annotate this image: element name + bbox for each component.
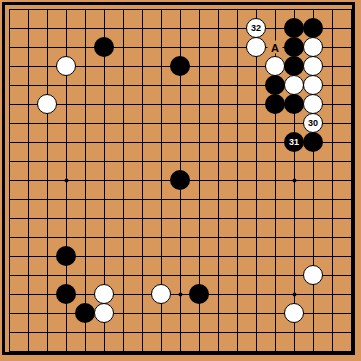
intersection-b5[interactable] — [19, 266, 38, 285]
intersection-j16[interactable] — [152, 57, 171, 76]
intersection-j4[interactable] — [152, 285, 171, 304]
intersection-a7[interactable] — [0, 228, 19, 247]
intersection-f14[interactable] — [95, 95, 114, 114]
intersection-q5[interactable] — [285, 266, 304, 285]
intersection-s14[interactable] — [323, 95, 342, 114]
intersection-q18[interactable] — [285, 19, 304, 38]
intersection-n11[interactable] — [228, 152, 247, 171]
intersection-e12[interactable] — [76, 133, 95, 152]
intersection-a8[interactable] — [0, 209, 19, 228]
intersection-o1[interactable] — [247, 342, 266, 361]
intersection-a11[interactable] — [0, 152, 19, 171]
intersection-d14[interactable] — [57, 95, 76, 114]
intersection-t3[interactable] — [342, 304, 361, 323]
intersection-r19[interactable] — [304, 0, 323, 19]
intersection-s7[interactable] — [323, 228, 342, 247]
intersection-k16[interactable] — [171, 57, 190, 76]
intersection-e3[interactable] — [76, 304, 95, 323]
intersection-h17[interactable] — [133, 38, 152, 57]
intersection-t6[interactable] — [342, 247, 361, 266]
intersection-b4[interactable] — [19, 285, 38, 304]
intersection-e19[interactable] — [76, 0, 95, 19]
intersection-r6[interactable] — [304, 247, 323, 266]
intersection-f9[interactable] — [95, 190, 114, 209]
intersection-m17[interactable] — [209, 38, 228, 57]
intersection-f13[interactable] — [95, 114, 114, 133]
intersection-m19[interactable] — [209, 0, 228, 19]
intersection-s13[interactable] — [323, 114, 342, 133]
intersection-q19[interactable] — [285, 0, 304, 19]
intersection-a9[interactable] — [0, 190, 19, 209]
intersection-b17[interactable] — [19, 38, 38, 57]
intersection-b7[interactable] — [19, 228, 38, 247]
intersection-h12[interactable] — [133, 133, 152, 152]
intersection-f12[interactable] — [95, 133, 114, 152]
intersection-b15[interactable] — [19, 76, 38, 95]
intersection-o19[interactable] — [247, 0, 266, 19]
intersection-m5[interactable] — [209, 266, 228, 285]
intersection-c10[interactable] — [38, 171, 57, 190]
intersection-h10[interactable] — [133, 171, 152, 190]
intersection-k12[interactable] — [171, 133, 190, 152]
intersection-h14[interactable] — [133, 95, 152, 114]
intersection-t13[interactable] — [342, 114, 361, 133]
intersection-b8[interactable] — [19, 209, 38, 228]
intersection-f19[interactable] — [95, 0, 114, 19]
intersection-q16[interactable] — [285, 57, 304, 76]
intersection-c6[interactable] — [38, 247, 57, 266]
intersection-s18[interactable] — [323, 19, 342, 38]
intersection-p7[interactable] — [266, 228, 285, 247]
intersection-d3[interactable] — [57, 304, 76, 323]
intersection-o8[interactable] — [247, 209, 266, 228]
intersection-b14[interactable] — [19, 95, 38, 114]
intersection-e13[interactable] — [76, 114, 95, 133]
intersection-d2[interactable] — [57, 323, 76, 342]
intersection-t4[interactable] — [342, 285, 361, 304]
intersection-m7[interactable] — [209, 228, 228, 247]
intersection-q7[interactable] — [285, 228, 304, 247]
intersection-l7[interactable] — [190, 228, 209, 247]
intersection-s19[interactable] — [323, 0, 342, 19]
intersection-d13[interactable] — [57, 114, 76, 133]
intersection-g16[interactable] — [114, 57, 133, 76]
intersection-l3[interactable] — [190, 304, 209, 323]
intersection-e9[interactable] — [76, 190, 95, 209]
intersection-l6[interactable] — [190, 247, 209, 266]
intersection-a3[interactable] — [0, 304, 19, 323]
intersection-b3[interactable] — [19, 304, 38, 323]
intersection-d8[interactable] — [57, 209, 76, 228]
intersection-h1[interactable] — [133, 342, 152, 361]
intersection-a6[interactable] — [0, 247, 19, 266]
intersection-a4[interactable] — [0, 285, 19, 304]
intersection-k7[interactable] — [171, 228, 190, 247]
intersection-g19[interactable] — [114, 0, 133, 19]
intersection-f17[interactable] — [95, 38, 114, 57]
intersection-o14[interactable] — [247, 95, 266, 114]
intersection-e15[interactable] — [76, 76, 95, 95]
intersection-f11[interactable] — [95, 152, 114, 171]
intersection-t10[interactable] — [342, 171, 361, 190]
intersection-a1[interactable] — [0, 342, 19, 361]
intersection-a19[interactable] — [0, 0, 19, 19]
intersection-q14[interactable] — [285, 95, 304, 114]
intersection-l5[interactable] — [190, 266, 209, 285]
intersection-r7[interactable] — [304, 228, 323, 247]
intersection-h5[interactable] — [133, 266, 152, 285]
intersection-q10[interactable] — [285, 171, 304, 190]
intersection-k18[interactable] — [171, 19, 190, 38]
intersection-p12[interactable] — [266, 133, 285, 152]
intersection-r1[interactable] — [304, 342, 323, 361]
intersection-j13[interactable] — [152, 114, 171, 133]
intersection-f7[interactable] — [95, 228, 114, 247]
intersection-g2[interactable] — [114, 323, 133, 342]
intersection-j9[interactable] — [152, 190, 171, 209]
intersection-m3[interactable] — [209, 304, 228, 323]
intersection-c15[interactable] — [38, 76, 57, 95]
intersection-o10[interactable] — [247, 171, 266, 190]
intersection-h11[interactable] — [133, 152, 152, 171]
intersection-m15[interactable] — [209, 76, 228, 95]
intersection-e14[interactable] — [76, 95, 95, 114]
intersection-c11[interactable] — [38, 152, 57, 171]
intersection-l12[interactable] — [190, 133, 209, 152]
intersection-k10[interactable] — [171, 171, 190, 190]
intersection-o9[interactable] — [247, 190, 266, 209]
intersection-q9[interactable] — [285, 190, 304, 209]
intersection-d11[interactable] — [57, 152, 76, 171]
intersection-p3[interactable] — [266, 304, 285, 323]
intersection-l14[interactable] — [190, 95, 209, 114]
intersection-c2[interactable] — [38, 323, 57, 342]
intersection-c14[interactable] — [38, 95, 57, 114]
intersection-m2[interactable] — [209, 323, 228, 342]
intersection-q1[interactable] — [285, 342, 304, 361]
intersection-d16[interactable] — [57, 57, 76, 76]
intersection-f3[interactable] — [95, 304, 114, 323]
intersection-k3[interactable] — [171, 304, 190, 323]
intersection-p2[interactable] — [266, 323, 285, 342]
intersection-b12[interactable] — [19, 133, 38, 152]
intersection-m12[interactable] — [209, 133, 228, 152]
intersection-a17[interactable] — [0, 38, 19, 57]
intersection-j3[interactable] — [152, 304, 171, 323]
intersection-b11[interactable] — [19, 152, 38, 171]
intersection-f18[interactable] — [95, 19, 114, 38]
intersection-h2[interactable] — [133, 323, 152, 342]
intersection-k19[interactable] — [171, 0, 190, 19]
intersection-n14[interactable] — [228, 95, 247, 114]
intersection-c18[interactable] — [38, 19, 57, 38]
intersection-t7[interactable] — [342, 228, 361, 247]
intersection-t16[interactable] — [342, 57, 361, 76]
intersection-g4[interactable] — [114, 285, 133, 304]
intersection-s12[interactable] — [323, 133, 342, 152]
intersection-b13[interactable] — [19, 114, 38, 133]
intersection-n1[interactable] — [228, 342, 247, 361]
intersection-q17[interactable] — [285, 38, 304, 57]
intersection-j19[interactable] — [152, 0, 171, 19]
intersection-r5[interactable] — [304, 266, 323, 285]
intersection-c9[interactable] — [38, 190, 57, 209]
intersection-r13[interactable]: 30 — [304, 114, 323, 133]
intersection-r11[interactable] — [304, 152, 323, 171]
intersection-o3[interactable] — [247, 304, 266, 323]
intersection-s17[interactable] — [323, 38, 342, 57]
intersection-f15[interactable] — [95, 76, 114, 95]
intersection-j12[interactable] — [152, 133, 171, 152]
intersection-a2[interactable] — [0, 323, 19, 342]
intersection-b2[interactable] — [19, 323, 38, 342]
intersection-l18[interactable] — [190, 19, 209, 38]
intersection-n15[interactable] — [228, 76, 247, 95]
intersection-o12[interactable] — [247, 133, 266, 152]
intersection-s9[interactable] — [323, 190, 342, 209]
intersection-k8[interactable] — [171, 209, 190, 228]
intersection-g14[interactable] — [114, 95, 133, 114]
intersection-t1[interactable] — [342, 342, 361, 361]
intersection-m8[interactable] — [209, 209, 228, 228]
intersection-n3[interactable] — [228, 304, 247, 323]
intersection-p11[interactable] — [266, 152, 285, 171]
intersection-n9[interactable] — [228, 190, 247, 209]
intersection-s3[interactable] — [323, 304, 342, 323]
intersection-d19[interactable] — [57, 0, 76, 19]
intersection-f4[interactable] — [95, 285, 114, 304]
intersection-g3[interactable] — [114, 304, 133, 323]
intersection-l9[interactable] — [190, 190, 209, 209]
intersection-h19[interactable] — [133, 0, 152, 19]
intersection-n8[interactable] — [228, 209, 247, 228]
intersection-h4[interactable] — [133, 285, 152, 304]
intersection-n4[interactable] — [228, 285, 247, 304]
intersection-t19[interactable] — [342, 0, 361, 19]
intersection-q2[interactable] — [285, 323, 304, 342]
intersection-p6[interactable] — [266, 247, 285, 266]
intersection-o13[interactable] — [247, 114, 266, 133]
intersection-g8[interactable] — [114, 209, 133, 228]
intersection-p19[interactable] — [266, 0, 285, 19]
intersection-d15[interactable] — [57, 76, 76, 95]
intersection-a10[interactable] — [0, 171, 19, 190]
intersection-k13[interactable] — [171, 114, 190, 133]
intersection-l16[interactable] — [190, 57, 209, 76]
intersection-k14[interactable] — [171, 95, 190, 114]
intersection-l4[interactable] — [190, 285, 209, 304]
intersection-h16[interactable] — [133, 57, 152, 76]
intersection-n10[interactable] — [228, 171, 247, 190]
intersection-c19[interactable] — [38, 0, 57, 19]
intersection-r2[interactable] — [304, 323, 323, 342]
intersection-s2[interactable] — [323, 323, 342, 342]
intersection-l2[interactable] — [190, 323, 209, 342]
intersection-m1[interactable] — [209, 342, 228, 361]
intersection-k1[interactable] — [171, 342, 190, 361]
intersection-s6[interactable] — [323, 247, 342, 266]
intersection-s5[interactable] — [323, 266, 342, 285]
intersection-e10[interactable] — [76, 171, 95, 190]
intersection-m6[interactable] — [209, 247, 228, 266]
intersection-o18[interactable]: 32 — [247, 19, 266, 38]
intersection-k11[interactable] — [171, 152, 190, 171]
intersection-d6[interactable] — [57, 247, 76, 266]
intersection-o17[interactable] — [247, 38, 266, 57]
intersection-m9[interactable] — [209, 190, 228, 209]
intersection-p14[interactable] — [266, 95, 285, 114]
intersection-a15[interactable] — [0, 76, 19, 95]
intersection-r15[interactable] — [304, 76, 323, 95]
intersection-c16[interactable] — [38, 57, 57, 76]
intersection-m11[interactable] — [209, 152, 228, 171]
intersection-f8[interactable] — [95, 209, 114, 228]
intersection-d17[interactable] — [57, 38, 76, 57]
intersection-g10[interactable] — [114, 171, 133, 190]
intersection-j6[interactable] — [152, 247, 171, 266]
intersection-j1[interactable] — [152, 342, 171, 361]
intersection-h15[interactable] — [133, 76, 152, 95]
intersection-f2[interactable] — [95, 323, 114, 342]
intersection-e16[interactable] — [76, 57, 95, 76]
intersection-g7[interactable] — [114, 228, 133, 247]
intersection-s10[interactable] — [323, 171, 342, 190]
intersection-n5[interactable] — [228, 266, 247, 285]
intersection-l8[interactable] — [190, 209, 209, 228]
intersection-o5[interactable] — [247, 266, 266, 285]
intersection-f5[interactable] — [95, 266, 114, 285]
intersection-d5[interactable] — [57, 266, 76, 285]
intersection-t2[interactable] — [342, 323, 361, 342]
intersection-r10[interactable] — [304, 171, 323, 190]
intersection-m18[interactable] — [209, 19, 228, 38]
intersection-r3[interactable] — [304, 304, 323, 323]
intersection-p5[interactable] — [266, 266, 285, 285]
intersection-f16[interactable] — [95, 57, 114, 76]
intersection-j8[interactable] — [152, 209, 171, 228]
intersection-k9[interactable] — [171, 190, 190, 209]
intersection-j17[interactable] — [152, 38, 171, 57]
intersection-b6[interactable] — [19, 247, 38, 266]
intersection-q6[interactable] — [285, 247, 304, 266]
intersection-p18[interactable] — [266, 19, 285, 38]
intersection-n19[interactable] — [228, 0, 247, 19]
intersection-d10[interactable] — [57, 171, 76, 190]
intersection-r16[interactable] — [304, 57, 323, 76]
intersection-s4[interactable] — [323, 285, 342, 304]
intersection-b1[interactable] — [19, 342, 38, 361]
intersection-p9[interactable] — [266, 190, 285, 209]
intersection-t8[interactable] — [342, 209, 361, 228]
intersection-p4[interactable] — [266, 285, 285, 304]
intersection-n7[interactable] — [228, 228, 247, 247]
intersection-r8[interactable] — [304, 209, 323, 228]
intersection-c4[interactable] — [38, 285, 57, 304]
intersection-r9[interactable] — [304, 190, 323, 209]
intersection-m10[interactable] — [209, 171, 228, 190]
intersection-a12[interactable] — [0, 133, 19, 152]
intersection-a18[interactable] — [0, 19, 19, 38]
intersection-p13[interactable] — [266, 114, 285, 133]
intersection-h7[interactable] — [133, 228, 152, 247]
intersection-j10[interactable] — [152, 171, 171, 190]
intersection-p8[interactable] — [266, 209, 285, 228]
intersection-j14[interactable] — [152, 95, 171, 114]
intersection-k4[interactable] — [171, 285, 190, 304]
intersection-h9[interactable] — [133, 190, 152, 209]
intersection-l19[interactable] — [190, 0, 209, 19]
intersection-t11[interactable] — [342, 152, 361, 171]
intersection-o11[interactable] — [247, 152, 266, 171]
intersection-g6[interactable] — [114, 247, 133, 266]
intersection-g9[interactable] — [114, 190, 133, 209]
intersection-m4[interactable] — [209, 285, 228, 304]
intersection-o2[interactable] — [247, 323, 266, 342]
intersection-d7[interactable] — [57, 228, 76, 247]
intersection-g11[interactable] — [114, 152, 133, 171]
intersection-c3[interactable] — [38, 304, 57, 323]
intersection-e2[interactable] — [76, 323, 95, 342]
intersection-q8[interactable] — [285, 209, 304, 228]
intersection-p17[interactable]: A — [266, 38, 285, 57]
intersection-h13[interactable] — [133, 114, 152, 133]
intersection-o16[interactable] — [247, 57, 266, 76]
intersection-n18[interactable] — [228, 19, 247, 38]
intersection-c7[interactable] — [38, 228, 57, 247]
intersection-j5[interactable] — [152, 266, 171, 285]
intersection-e6[interactable] — [76, 247, 95, 266]
intersection-c8[interactable] — [38, 209, 57, 228]
intersection-j7[interactable] — [152, 228, 171, 247]
intersection-f10[interactable] — [95, 171, 114, 190]
intersection-j2[interactable] — [152, 323, 171, 342]
intersection-d1[interactable] — [57, 342, 76, 361]
intersection-f1[interactable] — [95, 342, 114, 361]
intersection-p16[interactable] — [266, 57, 285, 76]
intersection-c5[interactable] — [38, 266, 57, 285]
intersection-r14[interactable] — [304, 95, 323, 114]
intersection-s15[interactable] — [323, 76, 342, 95]
intersection-s1[interactable] — [323, 342, 342, 361]
intersection-a14[interactable] — [0, 95, 19, 114]
intersection-l11[interactable] — [190, 152, 209, 171]
intersection-e18[interactable] — [76, 19, 95, 38]
intersection-c17[interactable] — [38, 38, 57, 57]
intersection-e5[interactable] — [76, 266, 95, 285]
intersection-n2[interactable] — [228, 323, 247, 342]
intersection-e1[interactable] — [76, 342, 95, 361]
intersection-k5[interactable] — [171, 266, 190, 285]
intersection-p1[interactable] — [266, 342, 285, 361]
intersection-q3[interactable] — [285, 304, 304, 323]
intersection-c12[interactable] — [38, 133, 57, 152]
intersection-k6[interactable] — [171, 247, 190, 266]
intersection-o7[interactable] — [247, 228, 266, 247]
intersection-e17[interactable] — [76, 38, 95, 57]
intersection-b9[interactable] — [19, 190, 38, 209]
intersection-o15[interactable] — [247, 76, 266, 95]
intersection-e7[interactable] — [76, 228, 95, 247]
intersection-l13[interactable] — [190, 114, 209, 133]
intersection-q15[interactable] — [285, 76, 304, 95]
intersection-l1[interactable] — [190, 342, 209, 361]
intersection-m16[interactable] — [209, 57, 228, 76]
intersection-s16[interactable] — [323, 57, 342, 76]
intersection-g13[interactable] — [114, 114, 133, 133]
intersection-c1[interactable] — [38, 342, 57, 361]
intersection-s11[interactable] — [323, 152, 342, 171]
intersection-c13[interactable] — [38, 114, 57, 133]
